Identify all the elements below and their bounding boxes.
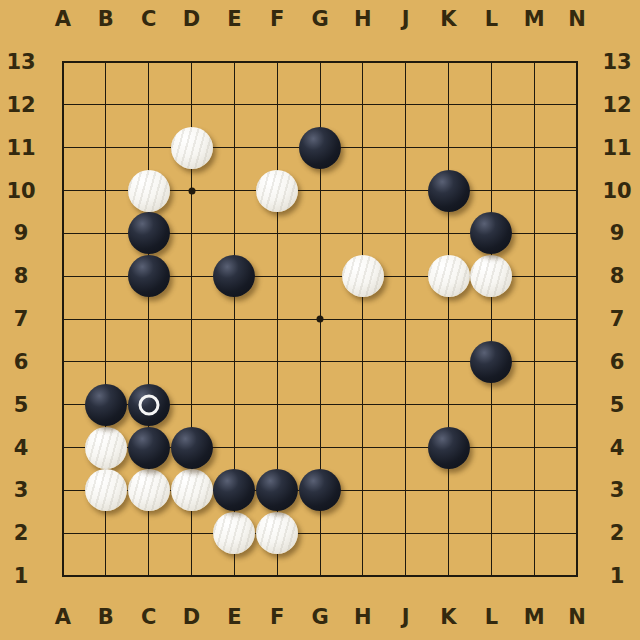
column-label-bottom: B [98,607,114,628]
grid-line-vertical [576,61,578,577]
column-label-top: N [568,9,586,30]
row-label-left: 5 [14,394,29,415]
black-stone-c5 [128,384,170,426]
row-label-left: 10 [6,180,35,201]
white-stone-e2 [213,512,255,554]
column-label-top: B [98,9,114,30]
column-label-bottom: K [440,607,456,628]
row-label-left: 1 [14,566,29,587]
white-stone-d11 [171,127,213,169]
column-label-top: J [402,9,410,30]
column-label-bottom: H [354,607,372,628]
white-stone-c10 [128,170,170,212]
white-stone-l8 [470,255,512,297]
row-label-right: 5 [610,394,625,415]
white-stone-k8 [428,255,470,297]
row-label-right: 11 [602,137,631,158]
grid-line-vertical [448,61,449,577]
row-label-right: 10 [602,180,631,201]
star-point [188,187,195,194]
row-label-right: 9 [610,223,625,244]
column-label-bottom: A [55,607,71,628]
white-stone-b4 [85,427,127,469]
go-board[interactable]: AABBCCDDEEFFGGHHJJKKLLMMNN13131212111110… [0,0,640,640]
row-label-left: 7 [14,309,29,330]
row-label-right: 1 [610,566,625,587]
column-label-top: K [440,9,456,30]
white-stone-d3 [171,469,213,511]
grid-line-vertical [362,61,363,577]
column-label-top: F [270,9,284,30]
row-label-left: 4 [14,437,29,458]
black-stone-k10 [428,170,470,212]
row-label-left: 3 [14,480,29,501]
row-label-left: 11 [6,137,35,158]
row-label-right: 3 [610,480,625,501]
black-stone-d4 [171,427,213,469]
row-label-right: 2 [610,523,625,544]
grid-line-vertical [405,61,406,577]
black-stone-e8 [213,255,255,297]
black-stone-c9 [128,212,170,254]
column-label-top: M [524,9,545,30]
column-label-bottom: F [270,607,284,628]
black-stone-c4 [128,427,170,469]
column-label-bottom: G [311,607,328,628]
column-label-top: D [183,9,200,30]
row-label-right: 8 [610,266,625,287]
column-label-bottom: L [485,607,498,628]
column-label-bottom: C [141,607,156,628]
row-label-right: 12 [602,94,631,115]
grid-line-horizontal [62,533,578,534]
column-label-bottom: N [568,607,586,628]
column-label-top: G [311,9,328,30]
column-label-top: A [55,9,71,30]
last-move-marker [138,394,159,415]
black-stone-k4 [428,427,470,469]
white-stone-b3 [85,469,127,511]
row-label-left: 6 [14,351,29,372]
white-stone-f2 [256,512,298,554]
column-label-bottom: J [402,607,410,628]
row-label-left: 13 [6,52,35,73]
row-label-left: 2 [14,523,29,544]
grid-line-vertical [491,61,492,577]
row-label-left: 8 [14,266,29,287]
black-stone-l9 [470,212,512,254]
column-label-top: L [485,9,498,30]
row-label-right: 4 [610,437,625,458]
row-label-right: 7 [610,309,625,330]
row-label-right: 13 [602,52,631,73]
black-stone-g3 [299,469,341,511]
white-stone-h8 [342,255,384,297]
grid-line-vertical [534,61,535,577]
row-label-right: 6 [610,351,625,372]
black-stone-c8 [128,255,170,297]
column-label-bottom: E [227,607,241,628]
black-stone-e3 [213,469,255,511]
black-stone-l6 [470,341,512,383]
row-label-left: 9 [14,223,29,244]
star-point [317,316,324,323]
row-label-left: 12 [6,94,35,115]
column-label-bottom: M [524,607,545,628]
column-label-top: E [227,9,241,30]
black-stone-g11 [299,127,341,169]
white-stone-f10 [256,170,298,212]
grid-line-horizontal [62,575,578,577]
black-stone-b5 [85,384,127,426]
column-label-top: H [354,9,372,30]
column-label-top: C [141,9,156,30]
black-stone-f3 [256,469,298,511]
white-stone-c3 [128,469,170,511]
column-label-bottom: D [183,607,200,628]
